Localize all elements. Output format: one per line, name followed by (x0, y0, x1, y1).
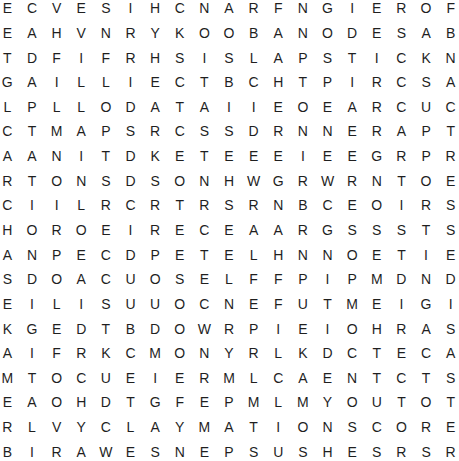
grid-cell-r11c1[interactable]: A (0, 242, 20, 267)
grid-cell-r13c14[interactable]: T (315, 292, 340, 317)
grid-cell-r5c16[interactable]: R (364, 95, 389, 120)
grid-cell-r19c8[interactable]: N (167, 439, 192, 461)
grid-cell-r7c10[interactable]: E (217, 144, 242, 169)
grid-cell-r4c4[interactable]: L (69, 70, 94, 95)
grid-cell-r3c8[interactable]: S (167, 45, 192, 70)
grid-cell-r18c2[interactable]: L (20, 415, 45, 440)
grid-cell-r11c19[interactable]: E (438, 242, 459, 267)
grid-cell-r8c13[interactable]: R (291, 168, 316, 193)
grid-cell-r17c15[interactable]: O (340, 390, 365, 415)
grid-cell-r9c18[interactable]: R (414, 193, 439, 218)
grid-cell-r15c12[interactable]: L (266, 341, 291, 366)
grid-cell-r12c10[interactable]: L (217, 267, 242, 292)
grid-cell-r3c5[interactable]: F (94, 45, 119, 70)
grid-cell-r14c2[interactable]: G (20, 316, 45, 341)
grid-cell-r15c4[interactable]: R (69, 341, 94, 366)
grid-cell-r5c4[interactable]: L (69, 95, 94, 120)
grid-cell-r15c3[interactable]: F (44, 341, 69, 366)
grid-cell-r19c5[interactable]: W (94, 439, 119, 461)
grid-cell-r8c7[interactable]: S (143, 168, 168, 193)
grid-cell-r15c15[interactable]: C (340, 341, 365, 366)
grid-cell-r14c13[interactable]: E (291, 316, 316, 341)
grid-cell-r6c7[interactable]: R (143, 119, 168, 144)
grid-cell-r11c10[interactable]: E (217, 242, 242, 267)
grid-cell-r3c16[interactable]: I (364, 45, 389, 70)
grid-cell-r7c6[interactable]: D (118, 144, 143, 169)
grid-cell-r19c14[interactable]: H (315, 439, 340, 461)
grid-cell-r2c12[interactable]: A (266, 21, 291, 46)
grid-cell-r4c14[interactable]: P (315, 70, 340, 95)
grid-cell-r13c7[interactable]: U (143, 292, 168, 317)
grid-cell-r13c2[interactable]: I (20, 292, 45, 317)
grid-cell-r7c18[interactable]: P (414, 144, 439, 169)
grid-cell-r4c9[interactable]: T (192, 70, 217, 95)
grid-cell-r4c5[interactable]: L (94, 70, 119, 95)
grid-cell-r7c5[interactable]: T (94, 144, 119, 169)
grid-cell-r2c1[interactable]: E (0, 21, 20, 46)
grid-cell-r16c1[interactable]: M (0, 365, 20, 390)
grid-cell-r5c3[interactable]: L (44, 95, 69, 120)
grid-cell-r19c6[interactable]: E (118, 439, 143, 461)
grid-cell-r16c8[interactable]: E (167, 365, 192, 390)
grid-cell-r14c11[interactable]: P (241, 316, 266, 341)
grid-cell-r19c9[interactable]: E (192, 439, 217, 461)
grid-cell-r1c3[interactable]: V (44, 0, 69, 21)
grid-cell-r10c10[interactable]: E (217, 218, 242, 243)
grid-cell-r10c12[interactable]: A (266, 218, 291, 243)
grid-cell-r10c2[interactable]: O (20, 218, 45, 243)
grid-cell-r13c3[interactable]: L (44, 292, 69, 317)
grid-cell-r11c7[interactable]: P (143, 242, 168, 267)
grid-cell-r1c11[interactable]: R (241, 0, 266, 21)
grid-cell-r7c9[interactable]: T (192, 144, 217, 169)
grid-cell-r15c6[interactable]: C (118, 341, 143, 366)
grid-cell-r1c17[interactable]: R (389, 0, 414, 21)
grid-cell-r2c6[interactable]: R (118, 21, 143, 46)
grid-cell-r12c8[interactable]: S (167, 267, 192, 292)
grid-cell-r18c16[interactable]: C (364, 415, 389, 440)
grid-cell-r15c8[interactable]: O (167, 341, 192, 366)
grid-cell-r2c14[interactable]: O (315, 21, 340, 46)
grid-cell-r9c17[interactable]: I (389, 193, 414, 218)
grid-cell-r4c3[interactable]: I (44, 70, 69, 95)
grid-cell-r5c8[interactable]: T (167, 95, 192, 120)
grid-cell-r16c10[interactable]: M (217, 365, 242, 390)
grid-cell-r17c6[interactable]: T (118, 390, 143, 415)
grid-cell-r14c7[interactable]: D (143, 316, 168, 341)
grid-cell-r7c2[interactable]: A (20, 144, 45, 169)
grid-cell-r13c15[interactable]: M (340, 292, 365, 317)
grid-cell-r17c12[interactable]: L (266, 390, 291, 415)
grid-cell-r19c4[interactable]: A (69, 439, 94, 461)
grid-cell-r2c16[interactable]: E (364, 21, 389, 46)
grid-cell-r3c13[interactable]: P (291, 45, 316, 70)
grid-cell-r13c10[interactable]: N (217, 292, 242, 317)
grid-cell-r17c14[interactable]: Y (315, 390, 340, 415)
grid-cell-r10c3[interactable]: R (44, 218, 69, 243)
grid-cell-r19c3[interactable]: R (44, 439, 69, 461)
grid-cell-r14c10[interactable]: R (217, 316, 242, 341)
grid-cell-r4c8[interactable]: C (167, 70, 192, 95)
grid-cell-r18c6[interactable]: L (118, 415, 143, 440)
grid-cell-r1c14[interactable]: G (315, 0, 340, 21)
grid-cell-r3c15[interactable]: T (340, 45, 365, 70)
grid-cell-r3c4[interactable]: I (69, 45, 94, 70)
grid-cell-r5c11[interactable]: I (241, 95, 266, 120)
grid-cell-r4c18[interactable]: S (414, 70, 439, 95)
grid-cell-r13c16[interactable]: E (364, 292, 389, 317)
grid-cell-r18c8[interactable]: Y (167, 415, 192, 440)
grid-cell-r17c5[interactable]: D (94, 390, 119, 415)
grid-cell-r11c6[interactable]: D (118, 242, 143, 267)
grid-cell-r7c7[interactable]: K (143, 144, 168, 169)
grid-cell-r18c11[interactable]: T (241, 415, 266, 440)
grid-cell-r15c14[interactable]: D (315, 341, 340, 366)
grid-cell-r11c4[interactable]: E (69, 242, 94, 267)
grid-cell-r18c1[interactable]: R (0, 415, 20, 440)
grid-cell-r10c16[interactable]: S (364, 218, 389, 243)
grid-cell-r19c16[interactable]: S (364, 439, 389, 461)
grid-cell-r11c2[interactable]: N (20, 242, 45, 267)
grid-cell-r19c15[interactable]: E (340, 439, 365, 461)
grid-cell-r1c19[interactable]: F (438, 0, 459, 21)
grid-cell-r13c12[interactable]: F (266, 292, 291, 317)
grid-cell-r15c10[interactable]: Y (217, 341, 242, 366)
grid-cell-r14c17[interactable]: R (389, 316, 414, 341)
grid-cell-r13c13[interactable]: U (291, 292, 316, 317)
grid-cell-r16c7[interactable]: I (143, 365, 168, 390)
grid-cell-r11c15[interactable]: O (340, 242, 365, 267)
grid-cell-r10c11[interactable]: A (241, 218, 266, 243)
grid-cell-r12c18[interactable]: N (414, 267, 439, 292)
grid-cell-r14c6[interactable]: B (118, 316, 143, 341)
grid-cell-r10c6[interactable]: I (118, 218, 143, 243)
grid-cell-r18c14[interactable]: N (315, 415, 340, 440)
grid-cell-r7c17[interactable]: R (389, 144, 414, 169)
grid-cell-r13c8[interactable]: O (167, 292, 192, 317)
grid-cell-r9c14[interactable]: C (315, 193, 340, 218)
grid-cell-r11c18[interactable]: I (414, 242, 439, 267)
grid-cell-r16c11[interactable]: L (241, 365, 266, 390)
grid-cell-r6c8[interactable]: C (167, 119, 192, 144)
grid-cell-r4c16[interactable]: R (364, 70, 389, 95)
grid-cell-r5c2[interactable]: P (20, 95, 45, 120)
grid-cell-r2c2[interactable]: A (20, 21, 45, 46)
grid-cell-r2c17[interactable]: S (389, 21, 414, 46)
grid-cell-r6c11[interactable]: D (241, 119, 266, 144)
grid-cell-r12c12[interactable]: F (266, 267, 291, 292)
grid-cell-r8c12[interactable]: G (266, 168, 291, 193)
grid-cell-r10c14[interactable]: G (315, 218, 340, 243)
grid-cell-r8c17[interactable]: T (389, 168, 414, 193)
grid-cell-r4c15[interactable]: I (340, 70, 365, 95)
grid-cell-r18c10[interactable]: A (217, 415, 242, 440)
grid-cell-r5c9[interactable]: A (192, 95, 217, 120)
grid-cell-r1c5[interactable]: S (94, 0, 119, 21)
grid-cell-r1c12[interactable]: F (266, 0, 291, 21)
grid-cell-r6c17[interactable]: A (389, 119, 414, 144)
grid-cell-r17c8[interactable]: F (167, 390, 192, 415)
grid-cell-r17c16[interactable]: U (364, 390, 389, 415)
grid-cell-r5c6[interactable]: D (118, 95, 143, 120)
grid-cell-r7c19[interactable]: R (438, 144, 459, 169)
grid-cell-r3c11[interactable]: L (241, 45, 266, 70)
grid-cell-r15c17[interactable]: E (389, 341, 414, 366)
grid-cell-r12c2[interactable]: D (20, 267, 45, 292)
grid-cell-r14c14[interactable]: I (315, 316, 340, 341)
grid-cell-r2c8[interactable]: K (167, 21, 192, 46)
grid-cell-r12c4[interactable]: A (69, 267, 94, 292)
grid-cell-r10c13[interactable]: R (291, 218, 316, 243)
grid-cell-r18c17[interactable]: O (389, 415, 414, 440)
grid-cell-r3c18[interactable]: K (414, 45, 439, 70)
grid-cell-r16c19[interactable]: S (438, 365, 459, 390)
grid-cell-r12c1[interactable]: S (0, 267, 20, 292)
grid-cell-r19c18[interactable]: S (414, 439, 439, 461)
grid-cell-r3c2[interactable]: D (20, 45, 45, 70)
grid-cell-r10c19[interactable]: S (438, 218, 459, 243)
grid-cell-r3c1[interactable]: T (0, 45, 20, 70)
word-search-grid[interactable]: ECVESIHCNARFNGIEROFEAHVNRYKOOBANODESABTD… (0, 0, 459, 461)
grid-cell-r14c5[interactable]: T (94, 316, 119, 341)
grid-cell-r8c18[interactable]: O (414, 168, 439, 193)
grid-cell-r18c15[interactable]: S (340, 415, 365, 440)
grid-cell-r10c1[interactable]: H (0, 218, 20, 243)
grid-cell-r14c12[interactable]: I (266, 316, 291, 341)
grid-cell-r12c3[interactable]: O (44, 267, 69, 292)
grid-cell-r6c4[interactable]: A (69, 119, 94, 144)
grid-cell-r2c19[interactable]: B (438, 21, 459, 46)
grid-cell-r5c13[interactable]: O (291, 95, 316, 120)
grid-cell-r15c5[interactable]: K (94, 341, 119, 366)
grid-cell-r16c14[interactable]: E (315, 365, 340, 390)
grid-cell-r10c8[interactable]: E (167, 218, 192, 243)
grid-cell-r7c13[interactable]: I (291, 144, 316, 169)
grid-cell-r12c5[interactable]: C (94, 267, 119, 292)
grid-cell-r8c3[interactable]: O (44, 168, 69, 193)
grid-cell-r13c5[interactable]: S (94, 292, 119, 317)
grid-cell-r2c3[interactable]: H (44, 21, 69, 46)
grid-cell-r19c1[interactable]: B (0, 439, 20, 461)
grid-cell-r6c16[interactable]: R (364, 119, 389, 144)
grid-cell-r2c15[interactable]: D (340, 21, 365, 46)
grid-cell-r16c2[interactable]: T (20, 365, 45, 390)
grid-cell-r6c2[interactable]: T (20, 119, 45, 144)
grid-cell-r1c7[interactable]: H (143, 0, 168, 21)
grid-cell-r4c11[interactable]: C (241, 70, 266, 95)
grid-cell-r8c2[interactable]: T (20, 168, 45, 193)
grid-cell-r11c11[interactable]: L (241, 242, 266, 267)
grid-cell-r7c14[interactable]: E (315, 144, 340, 169)
grid-cell-r5c7[interactable]: A (143, 95, 168, 120)
grid-cell-r11c13[interactable]: N (291, 242, 316, 267)
grid-cell-r2c10[interactable]: O (217, 21, 242, 46)
grid-cell-r8c11[interactable]: W (241, 168, 266, 193)
grid-cell-r14c19[interactable]: S (438, 316, 459, 341)
grid-cell-r6c12[interactable]: R (266, 119, 291, 144)
grid-cell-r18c4[interactable]: Y (69, 415, 94, 440)
grid-cell-r9c16[interactable]: O (364, 193, 389, 218)
grid-cell-r1c6[interactable]: I (118, 0, 143, 21)
grid-cell-r10c9[interactable]: C (192, 218, 217, 243)
grid-cell-r19c10[interactable]: P (217, 439, 242, 461)
grid-cell-r12c11[interactable]: F (241, 267, 266, 292)
grid-cell-r1c8[interactable]: C (167, 0, 192, 21)
grid-cell-r17c11[interactable]: M (241, 390, 266, 415)
grid-cell-r9c8[interactable]: T (167, 193, 192, 218)
grid-cell-r4c6[interactable]: I (118, 70, 143, 95)
grid-cell-r4c2[interactable]: A (20, 70, 45, 95)
grid-cell-r8c15[interactable]: R (340, 168, 365, 193)
grid-cell-r11c14[interactable]: N (315, 242, 340, 267)
grid-cell-r17c19[interactable]: T (438, 390, 459, 415)
grid-cell-r13c9[interactable]: C (192, 292, 217, 317)
grid-cell-r15c1[interactable]: A (0, 341, 20, 366)
grid-cell-r5c10[interactable]: I (217, 95, 242, 120)
grid-cell-r9c3[interactable]: I (44, 193, 69, 218)
grid-cell-r12c9[interactable]: E (192, 267, 217, 292)
grid-cell-r8c9[interactable]: N (192, 168, 217, 193)
grid-cell-r1c13[interactable]: N (291, 0, 316, 21)
grid-cell-r14c15[interactable]: O (340, 316, 365, 341)
grid-cell-r4c13[interactable]: T (291, 70, 316, 95)
grid-cell-r15c7[interactable]: M (143, 341, 168, 366)
grid-cell-r6c3[interactable]: M (44, 119, 69, 144)
grid-cell-r8c16[interactable]: N (364, 168, 389, 193)
grid-cell-r15c9[interactable]: N (192, 341, 217, 366)
grid-cell-r13c4[interactable]: I (69, 292, 94, 317)
grid-cell-r15c13[interactable]: K (291, 341, 316, 366)
grid-cell-r17c17[interactable]: T (389, 390, 414, 415)
grid-cell-r5c1[interactable]: L (0, 95, 20, 120)
grid-cell-r14c1[interactable]: K (0, 316, 20, 341)
grid-cell-r3c9[interactable]: I (192, 45, 217, 70)
grid-cell-r18c19[interactable]: E (438, 415, 459, 440)
grid-cell-r7c15[interactable]: E (340, 144, 365, 169)
grid-cell-r2c5[interactable]: N (94, 21, 119, 46)
grid-cell-r15c18[interactable]: C (414, 341, 439, 366)
grid-cell-r11c5[interactable]: C (94, 242, 119, 267)
grid-cell-r1c15[interactable]: I (340, 0, 365, 21)
grid-cell-r5c15[interactable]: A (340, 95, 365, 120)
grid-cell-r19c13[interactable]: S (291, 439, 316, 461)
grid-cell-r4c19[interactable]: A (438, 70, 459, 95)
grid-cell-r8c8[interactable]: O (167, 168, 192, 193)
grid-cell-r3c10[interactable]: S (217, 45, 242, 70)
grid-cell-r16c9[interactable]: R (192, 365, 217, 390)
grid-cell-r2c4[interactable]: V (69, 21, 94, 46)
grid-cell-r16c6[interactable]: E (118, 365, 143, 390)
grid-cell-r17c10[interactable]: P (217, 390, 242, 415)
grid-cell-r12c13[interactable]: P (291, 267, 316, 292)
grid-cell-r3c12[interactable]: A (266, 45, 291, 70)
grid-cell-r5c5[interactable]: O (94, 95, 119, 120)
grid-cell-r9c12[interactable]: N (266, 193, 291, 218)
grid-cell-r6c10[interactable]: S (217, 119, 242, 144)
grid-cell-r6c13[interactable]: N (291, 119, 316, 144)
grid-cell-r17c13[interactable]: M (291, 390, 316, 415)
grid-cell-r4c1[interactable]: G (0, 70, 20, 95)
grid-cell-r3c19[interactable]: N (438, 45, 459, 70)
grid-cell-r16c13[interactable]: A (291, 365, 316, 390)
grid-cell-r7c1[interactable]: A (0, 144, 20, 169)
grid-cell-r2c9[interactable]: O (192, 21, 217, 46)
grid-cell-r4c7[interactable]: E (143, 70, 168, 95)
grid-cell-r7c16[interactable]: G (364, 144, 389, 169)
grid-cell-r16c3[interactable]: O (44, 365, 69, 390)
grid-cell-r9c11[interactable]: R (241, 193, 266, 218)
grid-cell-r4c10[interactable]: B (217, 70, 242, 95)
grid-cell-r14c3[interactable]: E (44, 316, 69, 341)
grid-cell-r1c16[interactable]: E (364, 0, 389, 21)
grid-cell-r10c15[interactable]: S (340, 218, 365, 243)
grid-cell-r17c4[interactable]: H (69, 390, 94, 415)
grid-cell-r6c14[interactable]: N (315, 119, 340, 144)
grid-cell-r19c7[interactable]: S (143, 439, 168, 461)
grid-cell-r9c19[interactable]: S (438, 193, 459, 218)
grid-cell-r14c8[interactable]: O (167, 316, 192, 341)
grid-cell-r6c6[interactable]: S (118, 119, 143, 144)
grid-cell-r18c13[interactable]: O (291, 415, 316, 440)
grid-cell-r16c5[interactable]: U (94, 365, 119, 390)
grid-cell-r15c16[interactable]: T (364, 341, 389, 366)
grid-cell-r1c4[interactable]: E (69, 0, 94, 21)
grid-cell-r2c18[interactable]: A (414, 21, 439, 46)
grid-cell-r1c18[interactable]: O (414, 0, 439, 21)
grid-cell-r5c14[interactable]: E (315, 95, 340, 120)
grid-cell-r6c5[interactable]: P (94, 119, 119, 144)
grid-cell-r14c4[interactable]: D (69, 316, 94, 341)
grid-cell-r13c19[interactable]: I (438, 292, 459, 317)
grid-cell-r3c14[interactable]: S (315, 45, 340, 70)
grid-cell-r2c13[interactable]: N (291, 21, 316, 46)
grid-cell-r13c1[interactable]: E (0, 292, 20, 317)
grid-cell-r6c19[interactable]: T (438, 119, 459, 144)
grid-cell-r1c9[interactable]: N (192, 0, 217, 21)
grid-cell-r7c4[interactable]: I (69, 144, 94, 169)
grid-cell-r11c17[interactable]: T (389, 242, 414, 267)
grid-cell-r15c2[interactable]: I (20, 341, 45, 366)
grid-cell-r12c7[interactable]: O (143, 267, 168, 292)
grid-cell-r12c15[interactable]: P (340, 267, 365, 292)
grid-cell-r14c16[interactable]: H (364, 316, 389, 341)
grid-cell-r18c3[interactable]: V (44, 415, 69, 440)
grid-cell-r7c11[interactable]: E (241, 144, 266, 169)
grid-cell-r5c18[interactable]: U (414, 95, 439, 120)
grid-cell-r13c17[interactable]: I (389, 292, 414, 317)
grid-cell-r17c18[interactable]: O (414, 390, 439, 415)
grid-cell-r17c7[interactable]: G (143, 390, 168, 415)
grid-cell-r16c17[interactable]: C (389, 365, 414, 390)
grid-cell-r8c14[interactable]: W (315, 168, 340, 193)
grid-cell-r5c17[interactable]: C (389, 95, 414, 120)
grid-cell-r10c7[interactable]: R (143, 218, 168, 243)
grid-cell-r5c12[interactable]: E (266, 95, 291, 120)
grid-cell-r17c3[interactable]: O (44, 390, 69, 415)
grid-cell-r18c12[interactable]: I (266, 415, 291, 440)
grid-cell-r11c8[interactable]: E (167, 242, 192, 267)
grid-cell-r12c19[interactable]: D (438, 267, 459, 292)
grid-cell-r16c4[interactable]: C (69, 365, 94, 390)
grid-cell-r12c17[interactable]: D (389, 267, 414, 292)
grid-cell-r11c16[interactable]: E (364, 242, 389, 267)
grid-cell-r9c13[interactable]: B (291, 193, 316, 218)
grid-cell-r8c1[interactable]: R (0, 168, 20, 193)
grid-cell-r10c18[interactable]: T (414, 218, 439, 243)
grid-cell-r19c12[interactable]: U (266, 439, 291, 461)
grid-cell-r8c5[interactable]: S (94, 168, 119, 193)
grid-cell-r19c17[interactable]: R (389, 439, 414, 461)
